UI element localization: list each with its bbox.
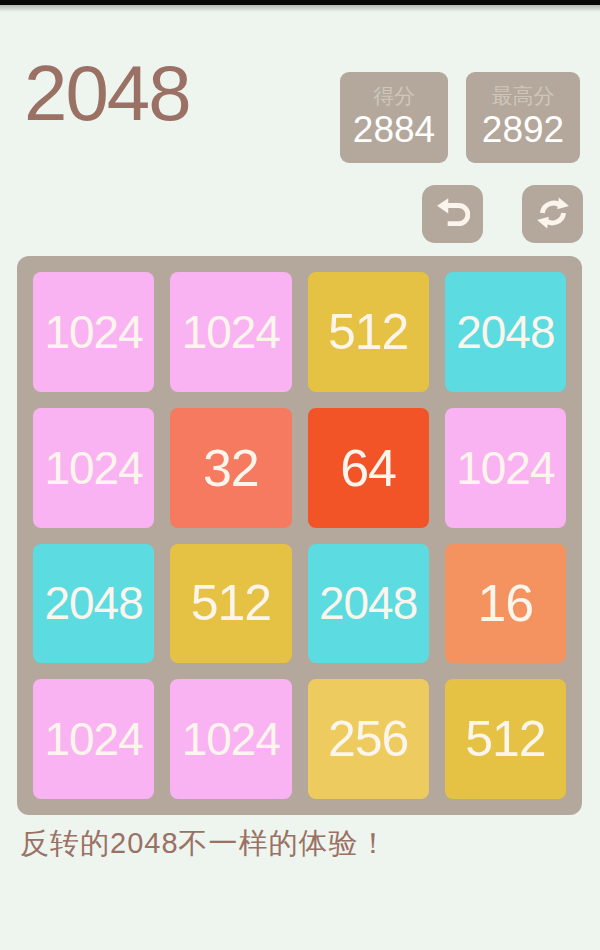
undo-icon [436, 196, 470, 233]
game-board[interactable]: 1024 1024 512 2048 1024 32 64 1024 2048 … [17, 256, 582, 815]
tile: 32 [170, 408, 291, 528]
refresh-icon [536, 196, 570, 233]
refresh-button[interactable] [522, 185, 583, 243]
tile: 1024 [33, 679, 154, 799]
caption-text: 反转的2048不一样的体验！ [20, 824, 389, 864]
score-value: 2884 [353, 109, 435, 152]
score-label: 得分 [373, 83, 415, 109]
tile: 512 [308, 272, 429, 392]
tile: 1024 [170, 272, 291, 392]
tile: 1024 [445, 408, 566, 528]
score-box: 得分 2884 [340, 72, 448, 163]
status-bar [0, 0, 600, 5]
tile: 2048 [308, 544, 429, 664]
undo-button[interactable] [422, 185, 483, 243]
best-score-box: 最高分 2892 [466, 72, 580, 163]
best-score-label: 最高分 [492, 83, 555, 109]
tile: 256 [308, 679, 429, 799]
tile: 16 [445, 544, 566, 664]
tile: 1024 [33, 272, 154, 392]
tile: 512 [170, 544, 291, 664]
best-score-value: 2892 [482, 109, 564, 152]
page-title: 2048 [24, 54, 190, 132]
tile: 2048 [445, 272, 566, 392]
tile: 64 [308, 408, 429, 528]
tile: 2048 [33, 544, 154, 664]
tile: 1024 [33, 408, 154, 528]
tile: 1024 [170, 679, 291, 799]
tile: 512 [445, 679, 566, 799]
